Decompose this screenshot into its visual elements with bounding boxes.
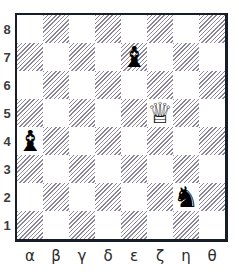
square-c4[interactable]: [69, 127, 95, 155]
square-d6[interactable]: [95, 71, 121, 99]
rank-label-2: 2: [0, 183, 14, 211]
square-b2[interactable]: [43, 183, 69, 211]
square-a5[interactable]: [17, 99, 43, 127]
square-h1[interactable]: [199, 211, 225, 239]
square-d2[interactable]: [95, 183, 121, 211]
black-bishop[interactable]: ♝: [17, 127, 43, 155]
rank-label-5: 5: [0, 99, 14, 127]
square-d8[interactable]: [95, 15, 121, 43]
square-f3[interactable]: [147, 155, 173, 183]
square-g3[interactable]: [173, 155, 199, 183]
square-h8[interactable]: [199, 15, 225, 43]
square-f1[interactable]: [147, 211, 173, 239]
square-f4[interactable]: [147, 127, 173, 155]
square-e7[interactable]: ♝: [121, 43, 147, 71]
file-label-g: η: [173, 247, 199, 265]
file-coordinates: αβγδεζηθ: [17, 247, 225, 265]
square-a1[interactable]: [17, 211, 43, 239]
rank-label-3: 3: [0, 155, 14, 183]
square-c8[interactable]: [69, 15, 95, 43]
file-label-h: θ: [199, 247, 225, 265]
square-g2[interactable]: ♞: [173, 183, 199, 211]
square-e1[interactable]: [121, 211, 147, 239]
square-g5[interactable]: [173, 99, 199, 127]
square-a4[interactable]: ♝: [17, 127, 43, 155]
square-d1[interactable]: [95, 211, 121, 239]
rank-label-8: 8: [0, 15, 14, 43]
square-b8[interactable]: [43, 15, 69, 43]
square-f7[interactable]: [147, 43, 173, 71]
square-a6[interactable]: [17, 71, 43, 99]
black-bishop[interactable]: ♝: [121, 43, 147, 71]
square-g1[interactable]: [173, 211, 199, 239]
file-label-a: α: [17, 247, 43, 265]
square-e5[interactable]: [121, 99, 147, 127]
square-h3[interactable]: [199, 155, 225, 183]
square-e4[interactable]: [121, 127, 147, 155]
square-b5[interactable]: [43, 99, 69, 127]
square-e6[interactable]: [121, 71, 147, 99]
rank-coordinates: 87654321: [0, 15, 14, 239]
square-a8[interactable]: [17, 15, 43, 43]
board-frame: ♝♕♝♞: [15, 13, 228, 242]
square-g8[interactable]: [173, 15, 199, 43]
square-b3[interactable]: [43, 155, 69, 183]
square-e3[interactable]: [121, 155, 147, 183]
square-g7[interactable]: [173, 43, 199, 71]
square-b1[interactable]: [43, 211, 69, 239]
square-d3[interactable]: [95, 155, 121, 183]
file-label-b: β: [43, 247, 69, 265]
square-b6[interactable]: [43, 71, 69, 99]
square-f2[interactable]: [147, 183, 173, 211]
square-f6[interactable]: [147, 71, 173, 99]
square-d4[interactable]: [95, 127, 121, 155]
rank-label-6: 6: [0, 71, 14, 99]
rank-label-7: 7: [0, 43, 14, 71]
square-b7[interactable]: [43, 43, 69, 71]
square-c3[interactable]: [69, 155, 95, 183]
square-h7[interactable]: [199, 43, 225, 71]
square-a7[interactable]: [17, 43, 43, 71]
square-a2[interactable]: [17, 183, 43, 211]
chess-board: ♝♕♝♞: [17, 15, 225, 239]
square-f5[interactable]: ♕: [147, 99, 173, 127]
square-g6[interactable]: [173, 71, 199, 99]
file-label-c: γ: [69, 247, 95, 265]
square-h2[interactable]: [199, 183, 225, 211]
square-f8[interactable]: [147, 15, 173, 43]
square-d5[interactable]: [95, 99, 121, 127]
square-h4[interactable]: [199, 127, 225, 155]
square-b4[interactable]: [43, 127, 69, 155]
square-d7[interactable]: [95, 43, 121, 71]
black-knight[interactable]: ♞: [173, 183, 199, 211]
square-e8[interactable]: [121, 15, 147, 43]
rank-label-4: 4: [0, 127, 14, 155]
white-queen[interactable]: ♕: [147, 99, 173, 127]
square-h5[interactable]: [199, 99, 225, 127]
file-label-e: ε: [121, 247, 147, 265]
square-c1[interactable]: [69, 211, 95, 239]
square-a3[interactable]: [17, 155, 43, 183]
square-e2[interactable]: [121, 183, 147, 211]
file-label-d: δ: [95, 247, 121, 265]
chess-diagram: 87654321 ♝♕♝♞ αβγδεζηθ: [0, 0, 239, 276]
square-g4[interactable]: [173, 127, 199, 155]
square-c2[interactable]: [69, 183, 95, 211]
rank-label-1: 1: [0, 211, 14, 239]
square-h6[interactable]: [199, 71, 225, 99]
file-label-f: ζ: [147, 247, 173, 265]
square-c7[interactable]: [69, 43, 95, 71]
square-c5[interactable]: [69, 99, 95, 127]
square-c6[interactable]: [69, 71, 95, 99]
